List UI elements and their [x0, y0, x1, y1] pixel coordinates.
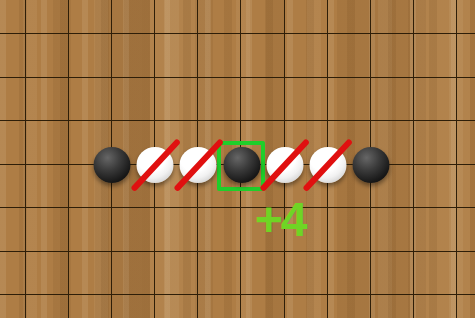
capture-slash-icon — [130, 138, 180, 191]
capture-slash-icon — [259, 138, 309, 191]
stone-white — [137, 147, 174, 183]
capture-count-label: +4 — [255, 196, 306, 244]
stone-black — [94, 147, 131, 183]
stone-white — [180, 147, 217, 183]
stone-white — [309, 147, 346, 183]
goban-board: +4 — [0, 0, 475, 318]
stone-white — [266, 147, 303, 183]
stone-black-last-move — [223, 147, 260, 183]
board-overlay: +4 — [0, 0, 475, 318]
stone-black — [352, 147, 389, 183]
capture-slash-icon — [302, 138, 352, 191]
game-screenshot: +4 — [0, 0, 475, 318]
